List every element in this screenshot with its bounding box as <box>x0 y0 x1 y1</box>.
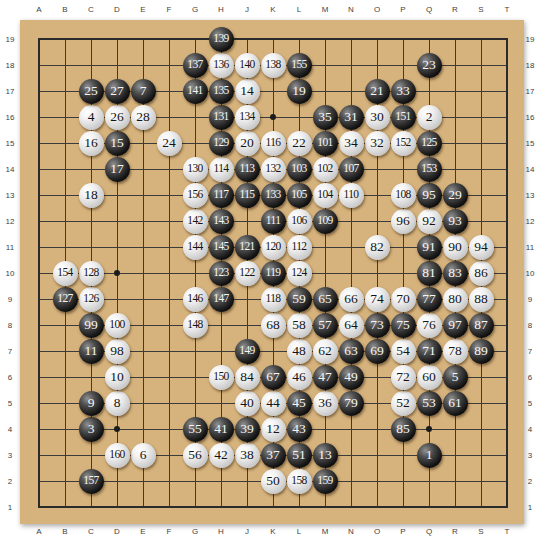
stone-black-25-C17[interactable]: 25 <box>79 79 104 104</box>
move-number: 112 <box>291 241 306 253</box>
coord-label-18: 18 <box>2 52 18 78</box>
coord-label-9: 9 <box>2 286 18 312</box>
stone-black-41-H4[interactable]: 41 <box>209 417 234 442</box>
coord-label-3: 3 <box>2 442 18 468</box>
stone-black-1-Q3[interactable]: 1 <box>417 443 442 468</box>
move-number: 70 <box>396 292 410 306</box>
stone-black-143-H12[interactable]: 143 <box>209 209 234 234</box>
stone-black-147-H9[interactable]: 147 <box>209 287 234 312</box>
coord-label-A: A <box>26 525 52 537</box>
stone-black-133-K13[interactable]: 133 <box>261 183 286 208</box>
stone-white-134-J16[interactable]: 134 <box>235 105 260 130</box>
stone-white-120-K11[interactable]: 120 <box>261 235 286 260</box>
move-number: 100 <box>109 319 124 331</box>
stone-white-28-E16[interactable]: 28 <box>131 105 156 130</box>
move-number: 54 <box>396 344 410 358</box>
coord-label-11: 11 <box>2 234 18 260</box>
stone-black-43-L4[interactable]: 43 <box>287 417 312 442</box>
coord-label-14: 14 <box>522 156 538 182</box>
move-number: 30 <box>370 110 384 124</box>
stone-black-125-Q15[interactable]: 125 <box>417 131 442 156</box>
coordinates-right: 19181716151413121110987654321 <box>522 26 538 520</box>
stone-white-160-D3[interactable]: 160 <box>105 443 130 468</box>
coord-label-F: F <box>156 525 182 537</box>
stone-black-107-N14[interactable]: 107 <box>339 157 364 182</box>
move-number: 72 <box>396 370 410 384</box>
coord-label-J: J <box>234 525 260 537</box>
stone-black-21-O17[interactable]: 21 <box>365 79 390 104</box>
stone-black-59-L9[interactable]: 59 <box>287 287 312 312</box>
stone-black-55-G4[interactable]: 55 <box>183 417 208 442</box>
star-point-Q4 <box>426 426 432 432</box>
move-number: 78 <box>448 344 462 358</box>
move-number: 57 <box>318 318 332 332</box>
move-number: 140 <box>239 59 254 71</box>
stone-black-113-J14[interactable]: 113 <box>235 157 260 182</box>
stone-white-82-O11[interactable]: 82 <box>365 235 390 260</box>
coord-label-15: 15 <box>2 130 18 156</box>
move-number: 75 <box>396 318 410 332</box>
stone-white-98-D7[interactable]: 98 <box>105 339 130 364</box>
stone-white-86-S10[interactable]: 86 <box>469 261 494 286</box>
stone-white-4-C16[interactable]: 4 <box>79 105 104 130</box>
stone-white-154-B10[interactable]: 154 <box>53 261 78 286</box>
move-number: 80 <box>448 292 462 306</box>
stone-white-94-S11[interactable]: 94 <box>469 235 494 260</box>
stone-black-9-C5[interactable]: 9 <box>79 391 104 416</box>
stone-black-11-C7[interactable]: 11 <box>79 339 104 364</box>
move-number: 132 <box>265 163 280 175</box>
stone-white-2-Q16[interactable]: 2 <box>417 105 442 130</box>
move-number: 44 <box>266 396 280 410</box>
stone-black-129-H15[interactable]: 129 <box>209 131 234 156</box>
move-number: 68 <box>266 318 280 332</box>
coord-label-T: T <box>494 3 520 15</box>
board-intersections[interactable]: 1234567891011121314151617181920212223242… <box>26 26 520 520</box>
stone-black-75-P8[interactable]: 75 <box>391 313 416 338</box>
stone-black-149-J7[interactable]: 149 <box>235 339 260 364</box>
stone-white-106-L12[interactable]: 106 <box>287 209 312 234</box>
go-kifu-diagram: 1234567891011121314151617181920212223242… <box>0 0 540 540</box>
stone-white-12-K4[interactable]: 12 <box>261 417 286 442</box>
move-number: 32 <box>370 136 384 150</box>
stone-black-33-P17[interactable]: 33 <box>391 79 416 104</box>
stone-black-83-R10[interactable]: 83 <box>443 261 468 286</box>
move-number: 147 <box>213 293 228 305</box>
move-number: 90 <box>448 240 462 254</box>
stone-black-35-M16[interactable]: 35 <box>313 105 338 130</box>
stone-black-121-J11[interactable]: 121 <box>235 235 260 260</box>
move-number: 96 <box>396 214 410 228</box>
move-number: 87 <box>474 318 488 332</box>
move-number: 18 <box>84 188 98 202</box>
stone-white-24-F15[interactable]: 24 <box>157 131 182 156</box>
stone-black-151-P16[interactable]: 151 <box>391 105 416 130</box>
stone-black-155-L18[interactable]: 155 <box>287 53 312 78</box>
stone-black-87-S8[interactable]: 87 <box>469 313 494 338</box>
stone-black-31-N16[interactable]: 31 <box>339 105 364 130</box>
move-number: 73 <box>370 318 384 332</box>
coord-label-K: K <box>260 525 286 537</box>
stone-black-63-N7[interactable]: 63 <box>339 339 364 364</box>
move-number: 83 <box>448 266 462 280</box>
move-number: 1 <box>426 448 433 462</box>
move-number: 123 <box>213 267 228 279</box>
stone-white-122-J10[interactable]: 122 <box>235 261 260 286</box>
stone-white-36-M5[interactable]: 36 <box>313 391 338 416</box>
move-number: 79 <box>344 396 358 410</box>
stone-white-64-N8[interactable]: 64 <box>339 313 364 338</box>
coord-label-D: D <box>104 3 130 15</box>
stone-white-52-P5[interactable]: 52 <box>391 391 416 416</box>
stone-black-157-C2[interactable]: 157 <box>79 469 104 494</box>
stone-white-108-P13[interactable]: 108 <box>391 183 416 208</box>
stone-white-96-P12[interactable]: 96 <box>391 209 416 234</box>
stone-white-32-O15[interactable]: 32 <box>365 131 390 156</box>
coord-label-19: 19 <box>522 26 538 52</box>
move-number: 65 <box>318 292 332 306</box>
stone-black-3-C4[interactable]: 3 <box>79 417 104 442</box>
stone-white-158-L2[interactable]: 158 <box>287 469 312 494</box>
stone-black-45-L5[interactable]: 45 <box>287 391 312 416</box>
move-number: 158 <box>291 475 306 487</box>
stone-white-116-K15[interactable]: 116 <box>261 131 286 156</box>
stone-white-72-P6[interactable]: 72 <box>391 365 416 390</box>
stone-white-146-G9[interactable]: 146 <box>183 287 208 312</box>
stone-white-50-K2[interactable]: 50 <box>261 469 286 494</box>
stone-white-126-C9[interactable]: 126 <box>79 287 104 312</box>
stone-black-139-H19[interactable]: 139 <box>209 27 234 52</box>
coord-label-R: R <box>442 3 468 15</box>
move-number: 111 <box>266 215 281 227</box>
move-number: 47 <box>318 370 332 384</box>
stone-black-131-H16[interactable]: 131 <box>209 105 234 130</box>
coord-label-1: 1 <box>2 494 18 520</box>
coordinates-top: ABCDEFGHJKLMNOPQRST <box>26 3 520 15</box>
stone-black-71-Q7[interactable]: 71 <box>417 339 442 364</box>
stone-white-128-C10[interactable]: 128 <box>79 261 104 286</box>
move-number: 139 <box>213 33 228 45</box>
stone-white-90-R11[interactable]: 90 <box>443 235 468 260</box>
stone-white-42-H3[interactable]: 42 <box>209 443 234 468</box>
coord-label-Q: Q <box>416 3 442 15</box>
stone-black-97-R8[interactable]: 97 <box>443 313 468 338</box>
stone-black-67-K6[interactable]: 67 <box>261 365 286 390</box>
move-number: 51 <box>292 448 306 462</box>
move-number: 13 <box>318 448 332 462</box>
coord-label-12: 12 <box>2 208 18 234</box>
stone-black-123-H10[interactable]: 123 <box>209 261 234 286</box>
coord-label-B: B <box>52 3 78 15</box>
coordinates-left: 19181716151413121110987654321 <box>2 26 18 520</box>
stone-white-6-E3[interactable]: 6 <box>131 443 156 468</box>
move-number: 115 <box>239 189 254 201</box>
move-number: 25 <box>84 84 98 98</box>
coord-label-P: P <box>390 3 416 15</box>
move-number: 144 <box>187 241 202 253</box>
move-number: 141 <box>187 85 202 97</box>
stone-black-93-R12[interactable]: 93 <box>443 209 468 234</box>
move-number: 43 <box>292 422 306 436</box>
coord-label-11: 11 <box>522 234 538 260</box>
stone-black-159-M2[interactable]: 159 <box>313 469 338 494</box>
stone-black-127-B9[interactable]: 127 <box>53 287 78 312</box>
stone-black-77-Q9[interactable]: 77 <box>417 287 442 312</box>
stone-black-17-D14[interactable]: 17 <box>105 157 130 182</box>
stone-white-40-J5[interactable]: 40 <box>235 391 260 416</box>
move-number: 39 <box>240 422 254 436</box>
coord-label-12: 12 <box>522 208 538 234</box>
move-number: 84 <box>240 370 254 384</box>
star-point-D10 <box>114 270 120 276</box>
move-number: 103 <box>291 163 306 175</box>
move-number: 98 <box>110 344 124 358</box>
move-number: 106 <box>291 215 306 227</box>
stone-black-61-R5[interactable]: 61 <box>443 391 468 416</box>
stone-white-140-J18[interactable]: 140 <box>235 53 260 78</box>
stone-white-84-J6[interactable]: 84 <box>235 365 260 390</box>
move-number: 50 <box>266 474 280 488</box>
stone-white-110-N13[interactable]: 110 <box>339 183 364 208</box>
stone-white-70-P9[interactable]: 70 <box>391 287 416 312</box>
stone-black-5-R6[interactable]: 5 <box>443 365 468 390</box>
stone-white-20-J15[interactable]: 20 <box>235 131 260 156</box>
move-number: 81 <box>422 266 436 280</box>
stone-black-39-J4[interactable]: 39 <box>235 417 260 442</box>
stone-black-29-R13[interactable]: 29 <box>443 183 468 208</box>
stone-black-37-K3[interactable]: 37 <box>261 443 286 468</box>
stone-black-137-G18[interactable]: 137 <box>183 53 208 78</box>
stone-black-13-M3[interactable]: 13 <box>313 443 338 468</box>
stone-white-46-L6[interactable]: 46 <box>287 365 312 390</box>
coord-label-S: S <box>468 525 494 537</box>
move-number: 62 <box>318 344 332 358</box>
stone-black-89-S7[interactable]: 89 <box>469 339 494 364</box>
move-number: 29 <box>448 188 462 202</box>
move-number: 77 <box>422 292 436 306</box>
stone-black-99-C8[interactable]: 99 <box>79 313 104 338</box>
move-number: 52 <box>396 396 410 410</box>
stone-white-100-D8[interactable]: 100 <box>105 313 130 338</box>
coord-label-15: 15 <box>522 130 538 156</box>
stone-black-105-L13[interactable]: 105 <box>287 183 312 208</box>
stone-black-91-Q11[interactable]: 91 <box>417 235 442 260</box>
stone-white-14-J17[interactable]: 14 <box>235 79 260 104</box>
stone-white-92-Q12[interactable]: 92 <box>417 209 442 234</box>
coord-label-S: S <box>468 3 494 15</box>
stone-black-141-G17[interactable]: 141 <box>183 79 208 104</box>
stone-white-78-R7[interactable]: 78 <box>443 339 468 364</box>
stone-white-150-H6[interactable]: 150 <box>209 365 234 390</box>
move-number: 34 <box>344 136 358 150</box>
stone-white-62-M7[interactable]: 62 <box>313 339 338 364</box>
star-point-D4 <box>114 426 120 432</box>
stone-white-60-Q6[interactable]: 60 <box>417 365 442 390</box>
move-number: 11 <box>85 344 98 358</box>
move-number: 130 <box>187 163 202 175</box>
move-number: 114 <box>213 163 228 175</box>
move-number: 133 <box>265 189 280 201</box>
stone-white-102-M14[interactable]: 102 <box>313 157 338 182</box>
move-number: 122 <box>239 267 254 279</box>
stone-black-145-H11[interactable]: 145 <box>209 235 234 260</box>
stone-black-135-H17[interactable]: 135 <box>209 79 234 104</box>
move-number: 69 <box>370 344 384 358</box>
move-number: 53 <box>422 396 436 410</box>
stone-black-109-M12[interactable]: 109 <box>313 209 338 234</box>
stone-white-130-G14[interactable]: 130 <box>183 157 208 182</box>
stone-white-76-Q8[interactable]: 76 <box>417 313 442 338</box>
stone-white-58-L8[interactable]: 58 <box>287 313 312 338</box>
move-number: 136 <box>213 59 228 71</box>
stone-black-115-J13[interactable]: 115 <box>235 183 260 208</box>
stone-white-144-G11[interactable]: 144 <box>183 235 208 260</box>
stone-white-16-C15[interactable]: 16 <box>79 131 104 156</box>
move-number: 137 <box>187 59 202 71</box>
coord-label-17: 17 <box>2 78 18 104</box>
stone-white-22-L15[interactable]: 22 <box>287 131 312 156</box>
move-number: 63 <box>344 344 358 358</box>
stone-black-53-Q5[interactable]: 53 <box>417 391 442 416</box>
stone-black-23-Q18[interactable]: 23 <box>417 53 442 78</box>
stone-white-34-N15[interactable]: 34 <box>339 131 364 156</box>
stone-white-44-K5[interactable]: 44 <box>261 391 286 416</box>
stone-white-8-D5[interactable]: 8 <box>105 391 130 416</box>
stone-white-66-N9[interactable]: 66 <box>339 287 364 312</box>
coord-label-1: 1 <box>522 494 538 520</box>
coord-label-8: 8 <box>2 312 18 338</box>
stone-black-119-K10[interactable]: 119 <box>261 261 286 286</box>
stone-white-26-D16[interactable]: 26 <box>105 105 130 130</box>
stone-white-30-O16[interactable]: 30 <box>365 105 390 130</box>
coord-label-6: 6 <box>2 364 18 390</box>
stone-black-7-E17[interactable]: 7 <box>131 79 156 104</box>
move-number: 101 <box>317 137 332 149</box>
move-number: 97 <box>448 318 462 332</box>
move-number: 15 <box>110 136 124 150</box>
stone-black-95-Q13[interactable]: 95 <box>417 183 442 208</box>
move-number: 38 <box>240 448 254 462</box>
stone-black-111-K12[interactable]: 111 <box>261 209 286 234</box>
move-number: 45 <box>292 396 306 410</box>
stone-white-104-M13[interactable]: 104 <box>313 183 338 208</box>
stone-white-142-G12[interactable]: 142 <box>183 209 208 234</box>
stone-white-56-G3[interactable]: 56 <box>183 443 208 468</box>
coord-label-J: J <box>234 3 260 15</box>
stone-white-38-J3[interactable]: 38 <box>235 443 260 468</box>
coord-label-4: 4 <box>522 416 538 442</box>
move-number: 151 <box>395 111 410 123</box>
stone-black-47-M6[interactable]: 47 <box>313 365 338 390</box>
stone-black-69-O7[interactable]: 69 <box>365 339 390 364</box>
move-number: 159 <box>317 475 332 487</box>
move-number: 157 <box>83 475 98 487</box>
move-number: 116 <box>265 137 280 149</box>
stone-white-54-P7[interactable]: 54 <box>391 339 416 364</box>
stone-white-114-H14[interactable]: 114 <box>209 157 234 182</box>
coord-label-Q: Q <box>416 525 442 537</box>
coord-label-C: C <box>78 3 104 15</box>
stone-black-19-L17[interactable]: 19 <box>287 79 312 104</box>
move-number: 142 <box>187 215 202 227</box>
stone-black-81-Q10[interactable]: 81 <box>417 261 442 286</box>
stone-white-156-G13[interactable]: 156 <box>183 183 208 208</box>
stone-white-118-K9[interactable]: 118 <box>261 287 286 312</box>
move-number: 66 <box>344 292 358 306</box>
coord-label-18: 18 <box>522 52 538 78</box>
stone-white-152-P15[interactable]: 152 <box>391 131 416 156</box>
move-number: 71 <box>422 344 436 358</box>
stone-white-138-K18[interactable]: 138 <box>261 53 286 78</box>
move-number: 119 <box>265 267 280 279</box>
stone-white-68-K8[interactable]: 68 <box>261 313 286 338</box>
coord-label-3: 3 <box>522 442 538 468</box>
coord-label-2: 2 <box>2 468 18 494</box>
stone-white-124-L10[interactable]: 124 <box>287 261 312 286</box>
stone-white-88-S9[interactable]: 88 <box>469 287 494 312</box>
coord-label-N: N <box>338 525 364 537</box>
stone-black-117-H13[interactable]: 117 <box>209 183 234 208</box>
move-number: 55 <box>188 422 202 436</box>
stone-white-112-L11[interactable]: 112 <box>287 235 312 260</box>
stone-black-57-M8[interactable]: 57 <box>313 313 338 338</box>
move-number: 31 <box>344 110 358 124</box>
coord-label-H: H <box>208 3 234 15</box>
move-number: 145 <box>213 241 228 253</box>
move-number: 33 <box>396 84 410 98</box>
stone-black-101-M15[interactable]: 101 <box>313 131 338 156</box>
stone-black-49-N6[interactable]: 49 <box>339 365 364 390</box>
coord-label-5: 5 <box>2 390 18 416</box>
move-number: 117 <box>213 189 228 201</box>
move-number: 67 <box>266 370 280 384</box>
stone-black-153-Q14[interactable]: 153 <box>417 157 442 182</box>
move-number: 9 <box>88 396 95 410</box>
stone-white-132-K14[interactable]: 132 <box>261 157 286 182</box>
stone-white-136-H18[interactable]: 136 <box>209 53 234 78</box>
stone-white-48-L7[interactable]: 48 <box>287 339 312 364</box>
move-number: 61 <box>448 396 462 410</box>
stone-white-148-G8[interactable]: 148 <box>183 313 208 338</box>
coord-label-10: 10 <box>522 260 538 286</box>
move-number: 95 <box>422 188 436 202</box>
stone-black-65-M9[interactable]: 65 <box>313 287 338 312</box>
coord-label-5: 5 <box>522 390 538 416</box>
stone-white-10-D6[interactable]: 10 <box>105 365 130 390</box>
move-number: 105 <box>291 189 306 201</box>
stone-black-15-D15[interactable]: 15 <box>105 131 130 156</box>
stone-white-74-O9[interactable]: 74 <box>365 287 390 312</box>
stone-black-51-L3[interactable]: 51 <box>287 443 312 468</box>
stone-white-80-R9[interactable]: 80 <box>443 287 468 312</box>
coord-label-O: O <box>364 3 390 15</box>
move-number: 121 <box>239 241 254 253</box>
coord-label-2: 2 <box>522 468 538 494</box>
stone-black-73-O8[interactable]: 73 <box>365 313 390 338</box>
coord-label-13: 13 <box>522 182 538 208</box>
stone-black-103-L14[interactable]: 103 <box>287 157 312 182</box>
stone-black-79-N5[interactable]: 79 <box>339 391 364 416</box>
move-number: 24 <box>162 136 176 150</box>
stone-white-18-C13[interactable]: 18 <box>79 183 104 208</box>
coordinates-bottom: ABCDEFGHJKLMNOPQRST <box>26 525 520 537</box>
move-number: 10 <box>110 370 124 384</box>
star-point-K16 <box>270 114 276 120</box>
stone-black-85-P4[interactable]: 85 <box>391 417 416 442</box>
coord-label-19: 19 <box>2 26 18 52</box>
move-number: 56 <box>188 448 202 462</box>
stone-black-27-D17[interactable]: 27 <box>105 79 130 104</box>
